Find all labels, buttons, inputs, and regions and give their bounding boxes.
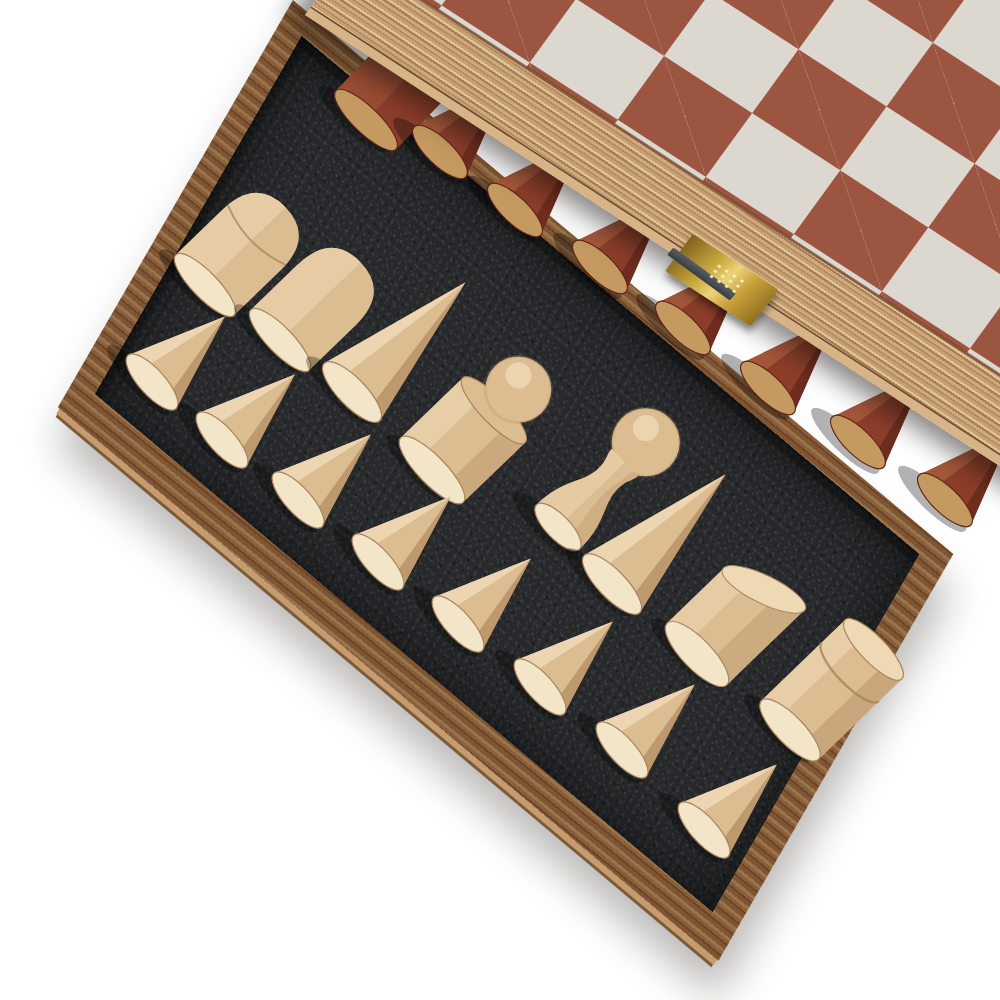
chess-set-photo bbox=[0, 0, 1000, 1000]
